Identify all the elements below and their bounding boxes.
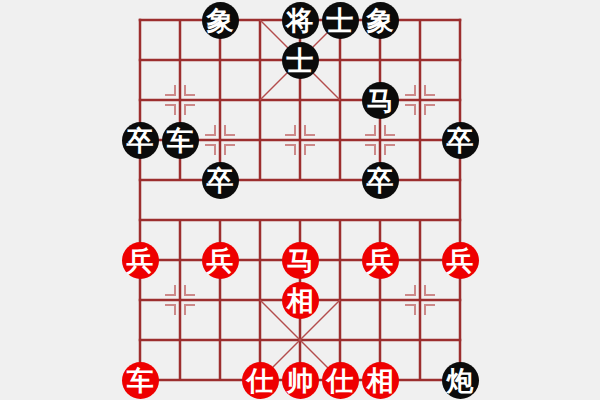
piece-black-elephant[interactable]: 象 [202, 2, 239, 39]
pieces-layer: 象将士象士马卒车卒卒卒兵兵马兵兵相车仕帅仕相炮 [120, 0, 480, 400]
piece-red-chariot[interactable]: 车 [122, 362, 159, 399]
piece-red-soldier[interactable]: 兵 [362, 242, 399, 279]
piece-black-soldier[interactable]: 卒 [202, 162, 239, 199]
piece-red-elephant[interactable]: 相 [362, 362, 399, 399]
piece-red-advisor[interactable]: 仕 [242, 362, 279, 399]
piece-black-horse[interactable]: 马 [362, 82, 399, 119]
piece-black-soldier[interactable]: 卒 [362, 162, 399, 199]
piece-red-soldier[interactable]: 兵 [202, 242, 239, 279]
piece-red-soldier[interactable]: 兵 [442, 242, 479, 279]
piece-red-soldier[interactable]: 兵 [122, 242, 159, 279]
xiangqi-board: 象将士象士马卒车卒卒卒兵兵马兵兵相车仕帅仕相炮 [0, 0, 600, 400]
piece-black-cannon[interactable]: 炮 [442, 362, 479, 399]
piece-black-advisor[interactable]: 士 [282, 42, 319, 79]
piece-black-soldier[interactable]: 卒 [122, 122, 159, 159]
piece-red-advisor[interactable]: 仕 [322, 362, 359, 399]
piece-red-horse[interactable]: 马 [282, 242, 319, 279]
piece-red-general[interactable]: 帅 [282, 362, 319, 399]
piece-black-elephant[interactable]: 象 [362, 2, 399, 39]
piece-black-soldier[interactable]: 卒 [442, 122, 479, 159]
piece-black-advisor[interactable]: 士 [322, 2, 359, 39]
piece-black-general[interactable]: 将 [282, 2, 319, 39]
piece-red-elephant[interactable]: 相 [282, 282, 319, 319]
piece-black-chariot[interactable]: 车 [162, 122, 199, 159]
